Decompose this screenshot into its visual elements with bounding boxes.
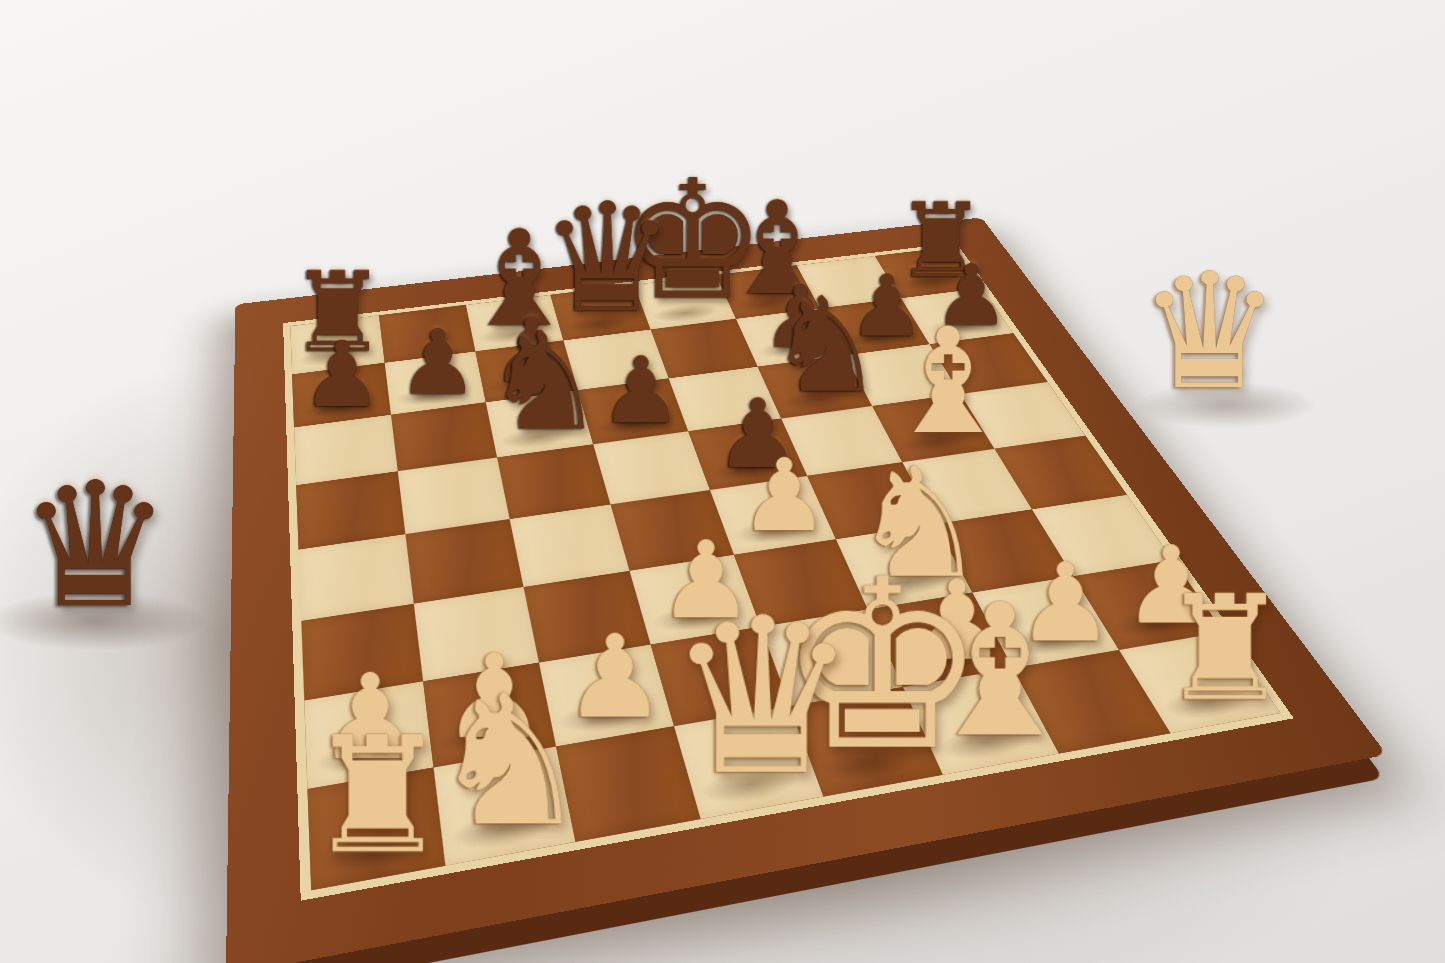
piece-white-bishop-g5[interactable]: ♝ (883, 309, 1014, 455)
square-b7[interactable]: ♟ (384, 351, 485, 414)
square-b1[interactable]: ♞ (433, 747, 575, 866)
piece-black-pawn-b7[interactable]: ♟ (398, 318, 478, 408)
piece-black-pawn-d6[interactable]: ♟ (600, 345, 682, 437)
square-a1[interactable]: ♜ (308, 768, 446, 890)
piece-white-rook-h1[interactable]: ♜ (1160, 577, 1290, 722)
square-h4[interactable] (995, 436, 1127, 509)
piece-white-rook-a1[interactable]: ♜ (307, 716, 450, 876)
square-a5[interactable] (296, 471, 405, 549)
square-h1[interactable]: ♜ (1119, 632, 1280, 733)
square-a7[interactable]: ♟ (292, 363, 391, 427)
piece-black-pawn-a7[interactable]: ♟ (302, 329, 383, 420)
piece-white-knight-b1[interactable]: ♞ (429, 671, 591, 852)
piece-black-knight-c6[interactable]: ♞ (484, 314, 605, 449)
studio-scene: { "game": "chess", "description": "Angle… (0, 0, 1445, 963)
square-c6[interactable]: ♞ (485, 390, 593, 458)
square-c4[interactable] (509, 504, 630, 587)
spare-light-queen[interactable]: ♛ (1138, 252, 1281, 412)
piece-white-queen-d1[interactable]: ♛ (665, 590, 858, 806)
scene-3d: ♜♝♛♚♝♜♟♟♟♟♟♟♞♟♞♟♝♟♟♞♟♟♟♟♟♟♜♞♛♚♝♜ (0, 0, 1445, 963)
square-d1[interactable]: ♛ (674, 707, 823, 819)
square-b6[interactable] (391, 402, 497, 471)
spare-dark-queen[interactable]: ♛ (18, 460, 172, 632)
square-a4[interactable] (299, 534, 414, 621)
